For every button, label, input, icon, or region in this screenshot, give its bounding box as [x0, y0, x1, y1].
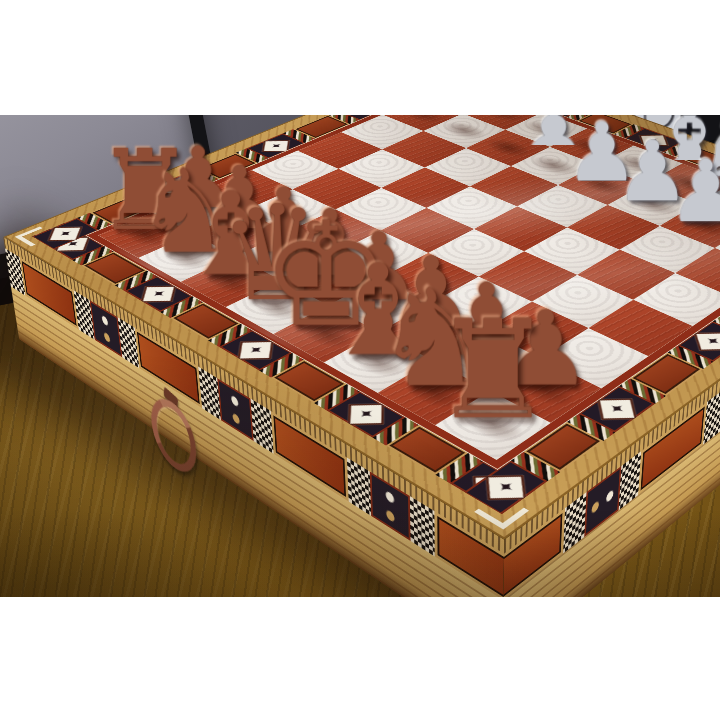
photo-scene: ✦✦✦✦✦✦ ✦✦✦✦✦✦ ✦✦✦✦✦✦ ✦✦✦✦✦✦ [0, 115, 720, 597]
letterbox-top [0, 0, 720, 115]
photo-canvas: ✦✦✦✦✦✦ ✦✦✦✦✦✦ ✦✦✦✦✦✦ ✦✦✦✦✦✦ [0, 0, 720, 720]
chess-box: ✦✦✦✦✦✦ ✦✦✦✦✦✦ ✦✦✦✦✦✦ ✦✦✦✦✦✦ [3, 115, 720, 540]
letterbox-bottom [0, 597, 720, 720]
piece-silver-pawn-h7[interactable]: ♟ [686, 168, 720, 256]
piece-copper-rook-h1[interactable]: ♜ [400, 301, 586, 437]
perspective-wrapper: ✦✦✦✦✦✦ ✦✦✦✦✦✦ ✦✦✦✦✦✦ ✦✦✦✦✦✦ [0, 115, 720, 597]
